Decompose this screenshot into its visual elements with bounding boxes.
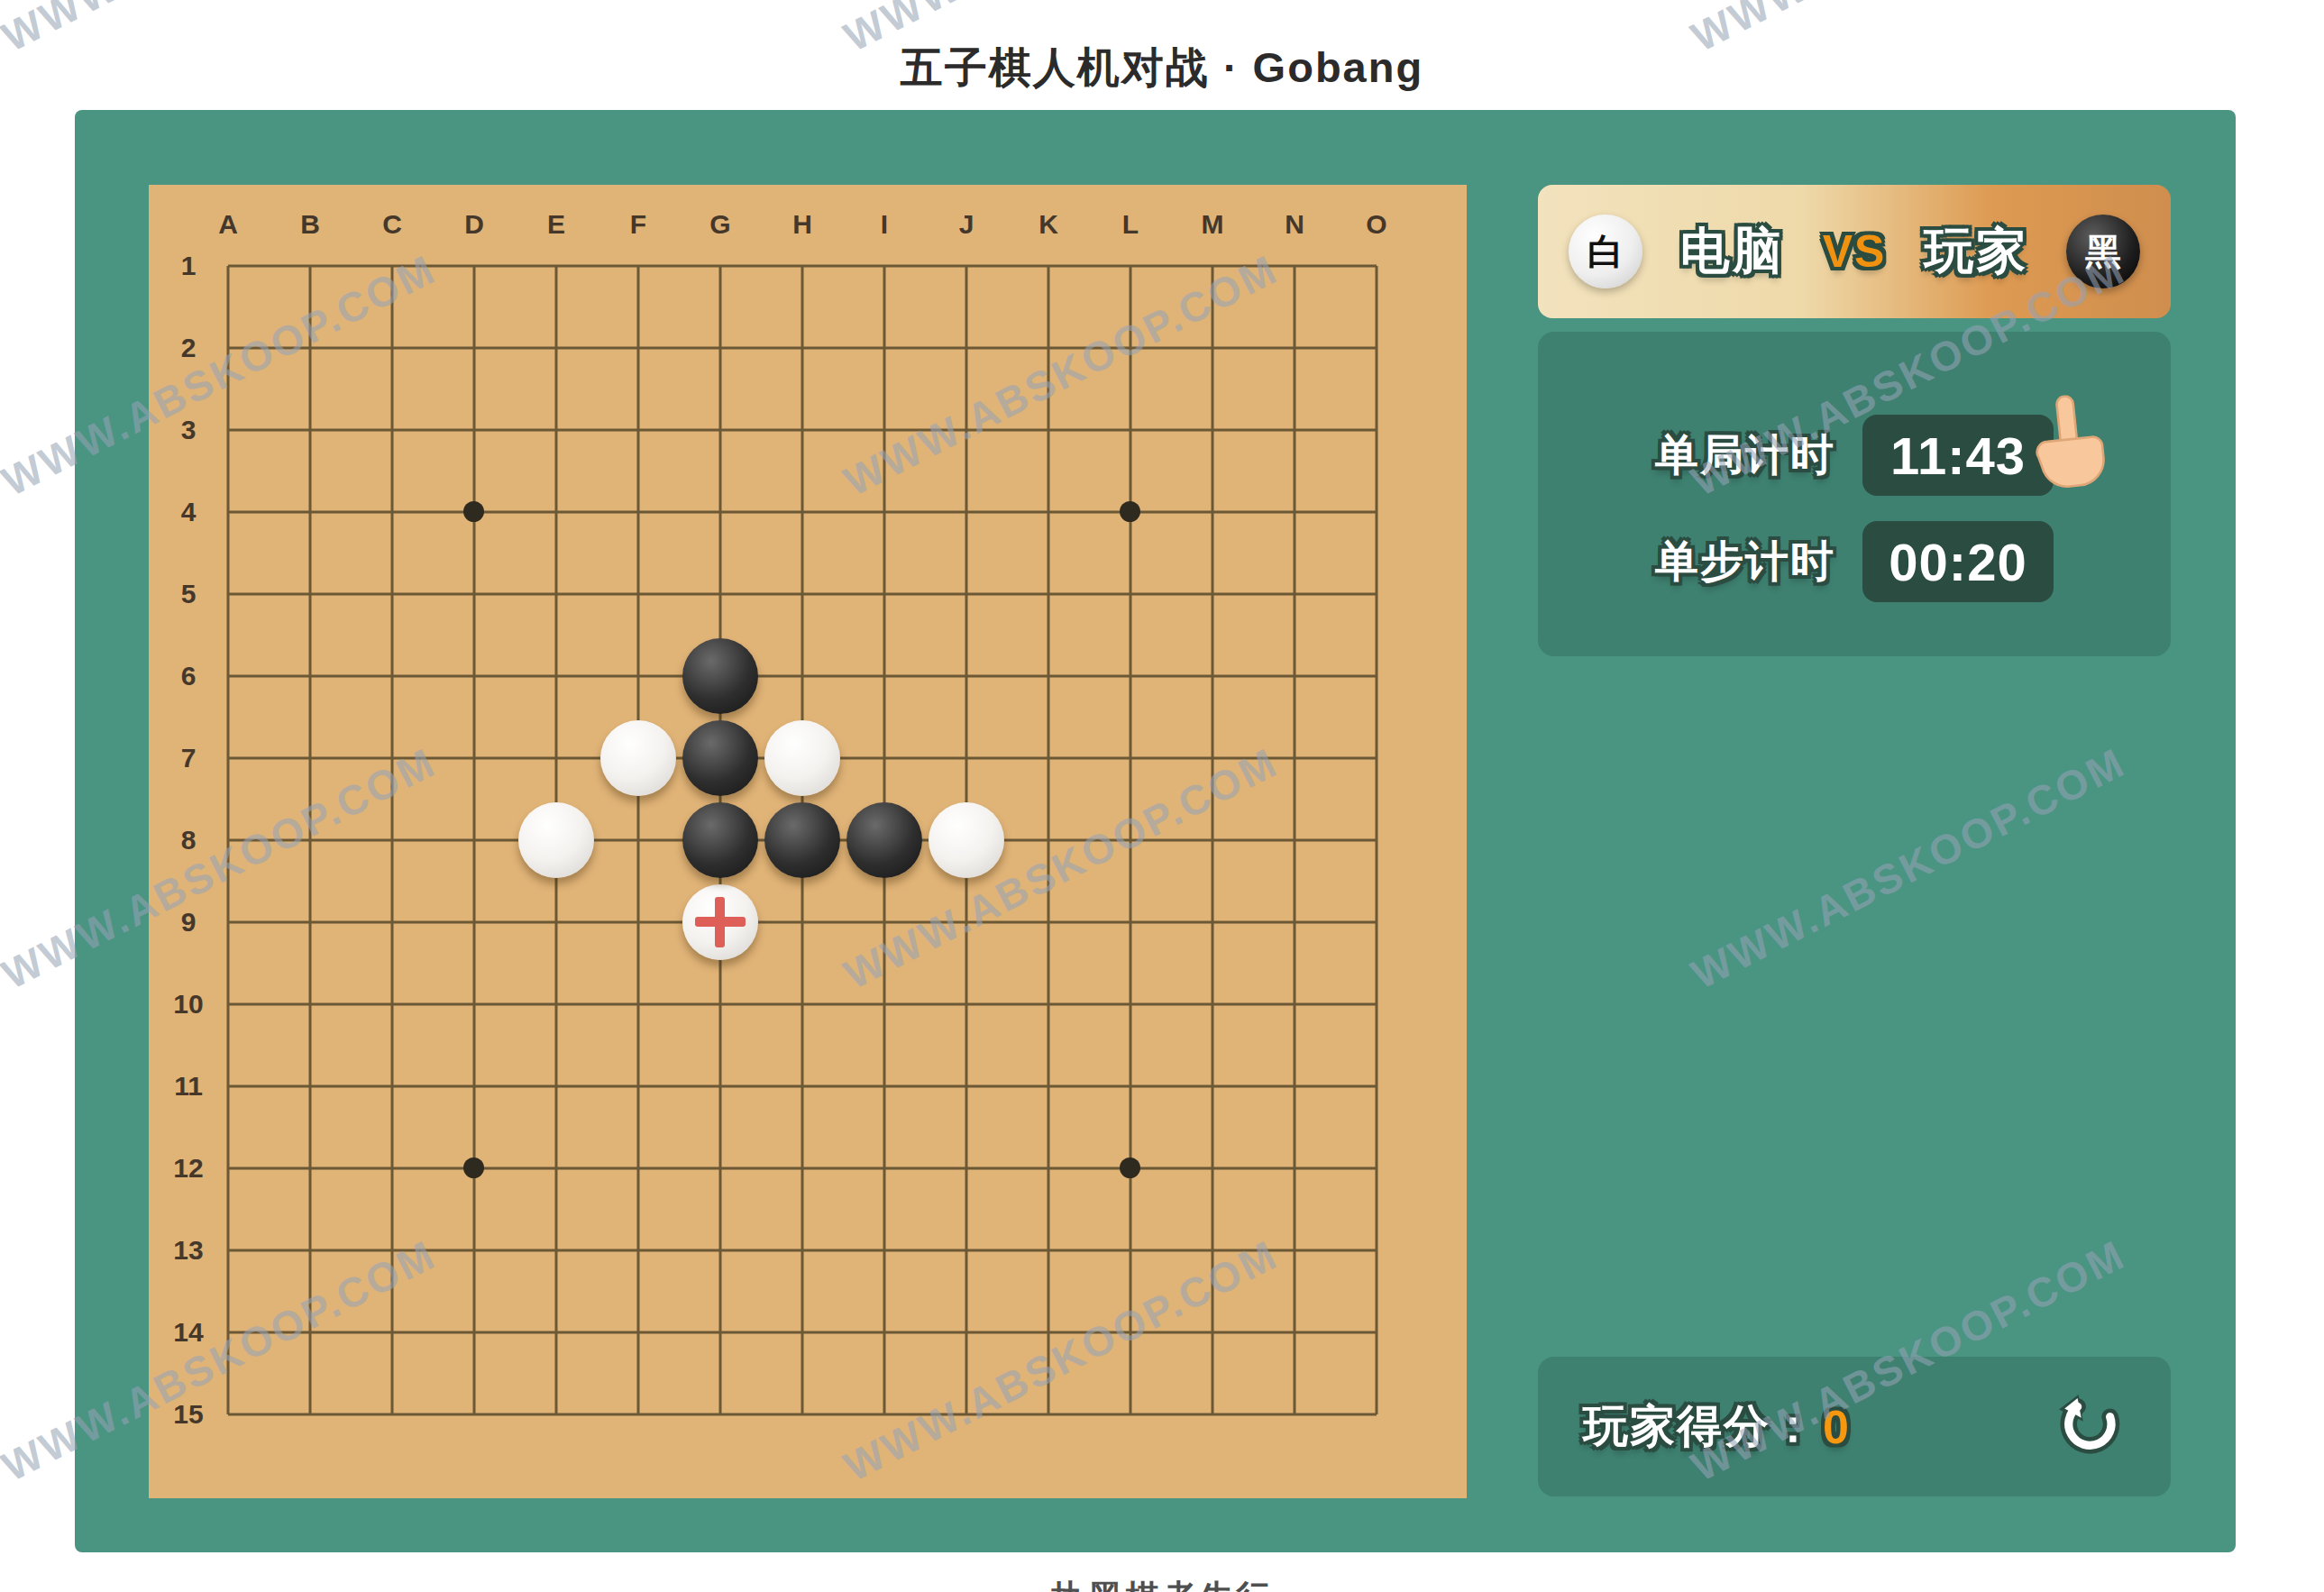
game-timer-label: 单局计时 bbox=[1655, 426, 1835, 484]
game-timer-value: 11:43 bbox=[1862, 415, 2054, 496]
stone-white-G9 bbox=[682, 884, 758, 960]
score-card: 玩家得分： 0 bbox=[1538, 1357, 2171, 1496]
score-value: 0 bbox=[1823, 1400, 1849, 1454]
stone-white-J8 bbox=[929, 802, 1004, 878]
score-label: 玩家得分： bbox=[1583, 1396, 1817, 1457]
star-point-D12 bbox=[463, 1157, 484, 1178]
stone-black-I8 bbox=[846, 802, 922, 878]
vs-label: VS bbox=[1823, 225, 1887, 278]
players-card: 白 电脑 VS 玩家 黑 bbox=[1538, 185, 2171, 318]
hand-cursor bbox=[2029, 391, 2109, 492]
footer-note: 执黑棋者先行 bbox=[0, 1575, 2324, 1592]
gomoku-board[interactable]: ABCDEFGHIJKLMNO 123456789101112131415 bbox=[149, 185, 1467, 1498]
stone-black-H8 bbox=[764, 802, 840, 878]
gobang-page: 五子棋人机对战 · Gobang ABCDEFGHIJKLMNO 1234567… bbox=[0, 0, 2324, 1592]
stone-white-F7 bbox=[600, 720, 676, 796]
star-point-L4 bbox=[1120, 501, 1140, 522]
move-timer-value: 00:20 bbox=[1862, 521, 2054, 602]
restart-button[interactable] bbox=[2054, 1391, 2126, 1463]
black-stone-badge: 黑 bbox=[2066, 215, 2140, 288]
timer-card: 单局计时 11:43 单步计时 00:20 bbox=[1538, 332, 2171, 656]
stone-white-H7 bbox=[764, 720, 840, 796]
stone-black-G6 bbox=[682, 638, 758, 714]
star-point-D4 bbox=[463, 501, 484, 522]
stone-layer bbox=[187, 224, 1417, 1455]
star-point-L12 bbox=[1120, 1157, 1140, 1178]
black-player-name: 玩家 bbox=[1924, 218, 2028, 285]
white-stone-badge: 白 bbox=[1569, 215, 1642, 288]
stone-white-E8 bbox=[518, 802, 594, 878]
white-player-name: 电脑 bbox=[1680, 218, 1785, 285]
stone-black-G7 bbox=[682, 720, 758, 796]
move-timer-label: 单步计时 bbox=[1655, 533, 1835, 590]
stone-black-G8 bbox=[682, 802, 758, 878]
page-title: 五子棋人机对战 · Gobang bbox=[0, 40, 2324, 96]
game-panel: ABCDEFGHIJKLMNO 123456789101112131415 白 … bbox=[75, 110, 2236, 1552]
move-timer-row: 单步计时 00:20 bbox=[1538, 521, 2171, 602]
restart-arrow-icon bbox=[2057, 1395, 2122, 1459]
